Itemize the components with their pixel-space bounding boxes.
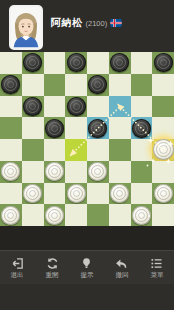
square-b3[interactable]	[22, 96, 44, 118]
exit-label: 退出	[11, 271, 24, 278]
square-a6[interactable]	[0, 161, 22, 183]
app-root: 阿納松 (2100)	[0, 0, 174, 310]
square-d6[interactable]	[65, 161, 87, 183]
square-f1[interactable]	[109, 52, 131, 74]
square-e6[interactable]	[87, 161, 109, 183]
square-f5[interactable]	[109, 139, 131, 161]
square-g8[interactable]	[131, 204, 153, 226]
exit-icon	[11, 257, 24, 270]
square-e3[interactable]	[87, 96, 109, 118]
square-b2[interactable]	[22, 74, 44, 96]
black-piece[interactable]	[67, 53, 86, 72]
restart-icon	[46, 257, 59, 270]
square-d1[interactable]	[65, 52, 87, 74]
square-b7[interactable]	[22, 183, 44, 205]
square-a4[interactable]	[0, 117, 22, 139]
hint-icon	[80, 257, 93, 270]
square-a7[interactable]	[0, 183, 22, 205]
top-bar: 阿納松 (2100)	[0, 0, 174, 52]
hint-label: 提示	[81, 271, 94, 278]
white-piece[interactable]	[110, 184, 129, 203]
square-a8[interactable]	[0, 204, 22, 226]
black-piece[interactable]	[132, 119, 151, 138]
player-rating: (2100)	[86, 19, 108, 28]
square-e2[interactable]	[87, 74, 109, 96]
bottom-area: 退出 重開	[0, 226, 174, 310]
square-c6[interactable]	[44, 161, 66, 183]
player-info: 阿納松 (2100)	[51, 16, 122, 30]
square-g7[interactable]	[131, 183, 153, 205]
square-g6[interactable]	[131, 161, 153, 183]
square-e8[interactable]	[87, 204, 109, 226]
square-f6[interactable]	[109, 161, 131, 183]
square-h2[interactable]	[152, 74, 174, 96]
white-piece[interactable]	[1, 206, 20, 225]
avatar[interactable]	[9, 5, 43, 50]
white-piece[interactable]	[45, 206, 64, 225]
square-h8[interactable]	[152, 204, 174, 226]
white-piece[interactable]	[153, 139, 174, 160]
square-d8[interactable]	[65, 204, 87, 226]
square-a2[interactable]	[0, 74, 22, 96]
white-piece[interactable]	[1, 162, 20, 181]
square-e1[interactable]	[87, 52, 109, 74]
square-g3[interactable]	[131, 96, 153, 118]
exit-button[interactable]: 退出	[0, 251, 35, 284]
black-piece[interactable]	[88, 119, 107, 138]
black-piece[interactable]	[1, 75, 20, 94]
square-c7[interactable]	[44, 183, 66, 205]
square-c5[interactable]	[44, 139, 66, 161]
white-piece[interactable]	[154, 184, 173, 203]
below-board-gap	[0, 226, 174, 250]
undo-label: 撤回	[115, 271, 128, 278]
square-h6[interactable]	[152, 161, 174, 183]
hint-button[interactable]: 提示	[70, 251, 105, 284]
square-f2[interactable]	[109, 74, 131, 96]
square-e4[interactable]	[87, 117, 109, 139]
black-piece[interactable]	[45, 119, 64, 138]
square-h7[interactable]	[152, 183, 174, 205]
restart-button[interactable]: 重開	[35, 251, 70, 284]
square-b1[interactable]	[22, 52, 44, 74]
white-piece[interactable]	[45, 162, 64, 181]
square-d5[interactable]	[65, 139, 87, 161]
restart-label: 重開	[46, 271, 59, 278]
square-a3[interactable]	[0, 96, 22, 118]
menu-label: 菜單	[150, 271, 163, 278]
white-piece[interactable]	[88, 162, 107, 181]
square-a1[interactable]	[0, 52, 22, 74]
square-f3[interactable]	[109, 96, 131, 118]
square-h1[interactable]	[152, 52, 174, 74]
square-e5[interactable]	[87, 139, 109, 161]
square-d2[interactable]	[65, 74, 87, 96]
black-piece[interactable]	[110, 53, 129, 72]
female-avatar-image	[11, 7, 41, 48]
white-piece[interactable]	[132, 206, 151, 225]
square-h4[interactable]	[152, 117, 174, 139]
iceland-flag-icon	[110, 19, 122, 27]
square-b6[interactable]	[22, 161, 44, 183]
square-g5[interactable]	[131, 139, 153, 161]
square-d4[interactable]	[65, 117, 87, 139]
black-piece[interactable]	[154, 53, 173, 72]
board-squares	[0, 52, 174, 226]
square-d3[interactable]	[65, 96, 87, 118]
square-c8[interactable]	[44, 204, 66, 226]
player-name: 阿納松	[51, 16, 83, 30]
menu-icon	[150, 257, 163, 270]
undo-icon	[115, 257, 128, 270]
black-piece[interactable]	[23, 53, 42, 72]
white-piece[interactable]	[23, 184, 42, 203]
black-piece[interactable]	[88, 75, 107, 94]
square-a5[interactable]	[0, 139, 22, 161]
square-g1[interactable]	[131, 52, 153, 74]
square-b8[interactable]	[22, 204, 44, 226]
menu-button[interactable]: 菜單	[139, 251, 174, 284]
undo-button[interactable]: 撤回	[104, 251, 139, 284]
black-piece[interactable]	[23, 97, 42, 116]
square-b4[interactable]	[22, 117, 44, 139]
square-h5[interactable]	[152, 139, 174, 161]
white-piece[interactable]	[67, 184, 86, 203]
black-piece[interactable]	[67, 97, 86, 116]
square-f4[interactable]	[109, 117, 131, 139]
square-g2[interactable]	[131, 74, 153, 96]
square-b5[interactable]	[22, 139, 44, 161]
checkers-board	[0, 52, 174, 226]
square-c3[interactable]	[44, 96, 66, 118]
square-c2[interactable]	[44, 74, 66, 96]
square-f7[interactable]	[109, 183, 131, 205]
square-c1[interactable]	[44, 52, 66, 74]
square-d7[interactable]	[65, 183, 87, 205]
square-g4[interactable]	[131, 117, 153, 139]
square-f8[interactable]	[109, 204, 131, 226]
bottom-toolbar: 退出 重開	[0, 250, 174, 284]
square-c4[interactable]	[44, 117, 66, 139]
square-h3[interactable]	[152, 96, 174, 118]
bottom-gap	[0, 284, 174, 310]
square-e7[interactable]	[87, 183, 109, 205]
